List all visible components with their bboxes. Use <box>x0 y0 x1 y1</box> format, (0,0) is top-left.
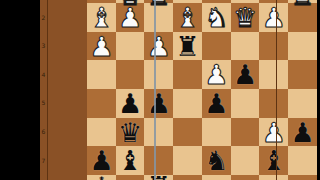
square-a7[interactable] <box>288 146 317 175</box>
rank-label-strip: 12345678 <box>40 0 48 180</box>
square-c4[interactable] <box>231 60 260 89</box>
square-c5[interactable] <box>231 89 260 118</box>
square-b6[interactable] <box>259 118 288 147</box>
square-b2[interactable] <box>259 3 288 32</box>
square-g2[interactable] <box>116 3 145 32</box>
square-f7[interactable] <box>144 146 173 175</box>
square-d3[interactable] <box>202 32 231 61</box>
square-d5[interactable] <box>202 89 231 118</box>
square-d6[interactable] <box>202 118 231 147</box>
screenshot-root: { "game": "chess", "view": { "descriptio… <box>0 0 320 180</box>
rank-label-4: 4 <box>40 72 47 78</box>
square-f6[interactable] <box>144 118 173 147</box>
rank-label-5: 5 <box>40 100 47 106</box>
square-g4[interactable] <box>116 60 145 89</box>
rank-label-2: 2 <box>40 15 47 21</box>
vertical-cursor-line <box>154 0 156 180</box>
board-right-edge <box>276 0 283 180</box>
stage: 12345678 ♜♜♚♟♛♞♝♟♝♟♟♟♟♜♟♟♟♟♟♛♝♞♝♟♜♚ <box>0 0 320 180</box>
square-e6[interactable] <box>173 118 202 147</box>
square-c6[interactable] <box>231 118 260 147</box>
square-e7[interactable] <box>173 146 202 175</box>
square-f3[interactable] <box>144 32 173 61</box>
square-g8[interactable] <box>116 175 145 180</box>
square-a6[interactable] <box>288 118 317 147</box>
square-b5[interactable] <box>259 89 288 118</box>
square-d4[interactable] <box>202 60 231 89</box>
square-f8[interactable] <box>144 175 173 180</box>
square-f2[interactable] <box>144 3 173 32</box>
square-g5[interactable] <box>116 89 145 118</box>
square-a4[interactable] <box>288 60 317 89</box>
square-f4[interactable] <box>144 60 173 89</box>
square-h7[interactable] <box>87 146 116 175</box>
square-h3[interactable] <box>87 32 116 61</box>
square-h8[interactable] <box>87 175 116 180</box>
square-g3[interactable] <box>116 32 145 61</box>
square-e8[interactable] <box>173 175 202 180</box>
square-h6[interactable] <box>87 118 116 147</box>
board-frame: 12345678 ♜♜♚♟♛♞♝♟♝♟♟♟♟♜♟♟♟♟♟♛♝♞♝♟♜♚ <box>40 0 283 180</box>
square-a5[interactable] <box>288 89 317 118</box>
square-g6[interactable] <box>116 118 145 147</box>
square-e3[interactable] <box>173 32 202 61</box>
rank-label-3: 3 <box>40 43 47 49</box>
square-d8[interactable] <box>202 175 231 180</box>
square-g7[interactable] <box>116 146 145 175</box>
square-e4[interactable] <box>173 60 202 89</box>
square-f5[interactable] <box>144 89 173 118</box>
square-h2[interactable] <box>87 3 116 32</box>
square-e5[interactable] <box>173 89 202 118</box>
square-b7[interactable] <box>259 146 288 175</box>
square-a2[interactable] <box>288 3 317 32</box>
square-a3[interactable] <box>288 32 317 61</box>
square-d2[interactable] <box>202 3 231 32</box>
square-c8[interactable] <box>231 175 260 180</box>
square-a8[interactable] <box>288 175 317 180</box>
square-b3[interactable] <box>259 32 288 61</box>
square-b8[interactable] <box>259 175 288 180</box>
square-d7[interactable] <box>202 146 231 175</box>
square-b4[interactable] <box>259 60 288 89</box>
square-h5[interactable] <box>87 89 116 118</box>
rank-label-7: 7 <box>40 158 47 164</box>
square-c7[interactable] <box>231 146 260 175</box>
square-h4[interactable] <box>87 60 116 89</box>
square-c3[interactable] <box>231 32 260 61</box>
rank-label-6: 6 <box>40 129 47 135</box>
square-e2[interactable] <box>173 3 202 32</box>
square-c2[interactable] <box>231 3 260 32</box>
